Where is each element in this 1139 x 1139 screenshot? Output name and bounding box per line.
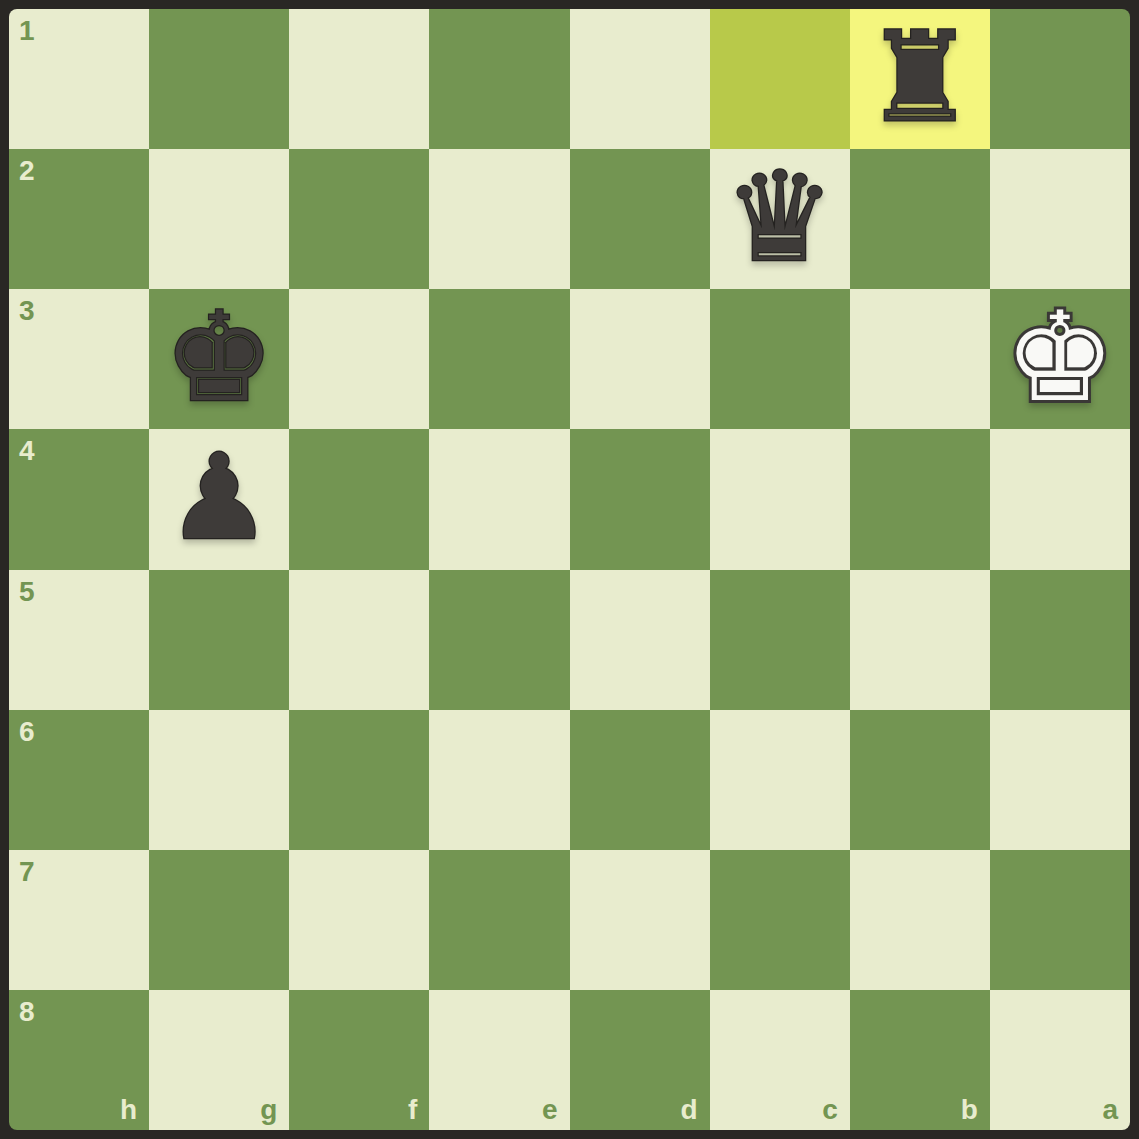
square-b8[interactable]: b	[850, 990, 990, 1130]
black-king-g3[interactable]: ♚	[164, 295, 275, 419]
square-d3[interactable]	[570, 289, 710, 429]
square-c4[interactable]	[710, 429, 850, 569]
square-e8[interactable]: e	[429, 990, 569, 1130]
square-a1[interactable]	[990, 9, 1130, 149]
square-h6[interactable]: 6	[9, 710, 149, 850]
square-a3[interactable]: ♚	[990, 289, 1130, 429]
square-b6[interactable]	[850, 710, 990, 850]
square-f6[interactable]	[289, 710, 429, 850]
square-d6[interactable]	[570, 710, 710, 850]
square-f1[interactable]	[289, 9, 429, 149]
square-a6[interactable]	[990, 710, 1130, 850]
square-e3[interactable]	[429, 289, 569, 429]
square-g1[interactable]	[149, 9, 289, 149]
square-c1[interactable]	[710, 9, 850, 149]
rank-label-8: 8	[19, 998, 35, 1026]
rank-label-6: 6	[19, 718, 35, 746]
square-d2[interactable]	[570, 149, 710, 289]
square-c2[interactable]: ♛	[710, 149, 850, 289]
black-rook-b1[interactable]: ♜	[864, 15, 975, 139]
rank-label-4: 4	[19, 437, 35, 465]
square-h7[interactable]: 7	[9, 850, 149, 990]
square-g2[interactable]	[149, 149, 289, 289]
square-c5[interactable]	[710, 570, 850, 710]
square-b5[interactable]	[850, 570, 990, 710]
file-label-h: h	[120, 1096, 137, 1124]
square-f4[interactable]	[289, 429, 429, 569]
square-c8[interactable]: c	[710, 990, 850, 1130]
rank-label-5: 5	[19, 578, 35, 606]
square-e6[interactable]	[429, 710, 569, 850]
square-a5[interactable]	[990, 570, 1130, 710]
square-d7[interactable]	[570, 850, 710, 990]
square-b2[interactable]	[850, 149, 990, 289]
square-b4[interactable]	[850, 429, 990, 569]
square-e4[interactable]	[429, 429, 569, 569]
rank-label-2: 2	[19, 157, 35, 185]
square-f7[interactable]	[289, 850, 429, 990]
square-h2[interactable]: 2	[9, 149, 149, 289]
square-d8[interactable]: d	[570, 990, 710, 1130]
square-a2[interactable]	[990, 149, 1130, 289]
square-g7[interactable]	[149, 850, 289, 990]
square-a4[interactable]	[990, 429, 1130, 569]
square-f2[interactable]	[289, 149, 429, 289]
file-label-b: b	[961, 1096, 978, 1124]
square-h5[interactable]: 5	[9, 570, 149, 710]
square-h3[interactable]: 3	[9, 289, 149, 429]
square-d4[interactable]	[570, 429, 710, 569]
square-d5[interactable]	[570, 570, 710, 710]
square-a7[interactable]	[990, 850, 1130, 990]
square-g6[interactable]	[149, 710, 289, 850]
file-label-f: f	[408, 1096, 417, 1124]
square-b7[interactable]	[850, 850, 990, 990]
square-e7[interactable]	[429, 850, 569, 990]
square-f5[interactable]	[289, 570, 429, 710]
square-h8[interactable]: 8h	[9, 990, 149, 1130]
file-label-e: e	[542, 1096, 558, 1124]
square-d1[interactable]	[570, 9, 710, 149]
square-b3[interactable]	[850, 289, 990, 429]
rank-label-1: 1	[19, 17, 35, 45]
black-pawn-g4[interactable]: ♟	[166, 438, 272, 556]
square-h1[interactable]: 1	[9, 9, 149, 149]
file-label-d: d	[681, 1096, 698, 1124]
square-g3[interactable]: ♚	[149, 289, 289, 429]
file-label-a: a	[1102, 1096, 1118, 1124]
square-b1[interactable]: ♜	[850, 9, 990, 149]
square-f3[interactable]	[289, 289, 429, 429]
square-c3[interactable]	[710, 289, 850, 429]
square-c6[interactable]	[710, 710, 850, 850]
square-e5[interactable]	[429, 570, 569, 710]
square-c7[interactable]	[710, 850, 850, 990]
white-king-a3[interactable]: ♚	[1004, 295, 1115, 419]
square-e1[interactable]	[429, 9, 569, 149]
board-frame: 1♜2♛3♚♚4♟5678hgfedcba	[0, 0, 1139, 1139]
file-label-c: c	[822, 1096, 838, 1124]
rank-label-3: 3	[19, 297, 35, 325]
square-g4[interactable]: ♟	[149, 429, 289, 569]
square-h4[interactable]: 4	[9, 429, 149, 569]
chess-board: 1♜2♛3♚♚4♟5678hgfedcba	[9, 9, 1130, 1130]
black-queen-c2[interactable]: ♛	[724, 155, 835, 279]
square-g8[interactable]: g	[149, 990, 289, 1130]
file-label-g: g	[260, 1096, 277, 1124]
square-f8[interactable]: f	[289, 990, 429, 1130]
rank-label-7: 7	[19, 858, 35, 886]
square-a8[interactable]: a	[990, 990, 1130, 1130]
square-e2[interactable]	[429, 149, 569, 289]
square-g5[interactable]	[149, 570, 289, 710]
